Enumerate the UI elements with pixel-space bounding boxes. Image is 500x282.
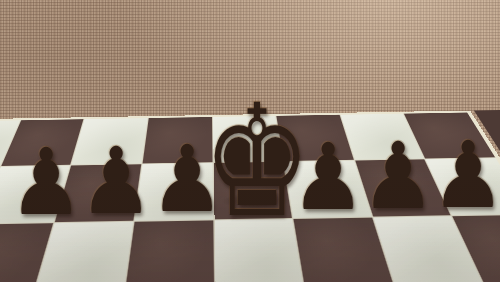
piece-black-pawn-f7[interactable]: ♟ — [290, 132, 364, 224]
piece-black-pawn-h7[interactable]: ♟ — [431, 130, 500, 222]
chess-photo-scene: ♟♟♟♚♟♟♟ — [0, 0, 500, 282]
piece-black-pawn-c7[interactable]: ♟ — [79, 136, 153, 228]
piece-black-pawn-b7[interactable]: ♟ — [9, 137, 83, 229]
pieces-layer: ♟♟♟♚♟♟♟ — [0, 0, 500, 282]
piece-black-pawn-g7[interactable]: ♟ — [361, 131, 435, 223]
